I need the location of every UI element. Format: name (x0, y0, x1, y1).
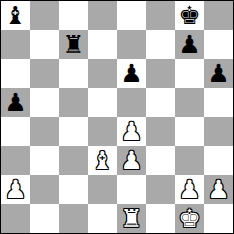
square-g6[interactable] (175, 59, 204, 88)
white-pawn[interactable]: ♟ (4, 177, 26, 202)
square-c1[interactable] (59, 204, 88, 233)
black-pawn[interactable]: ♟ (207, 61, 229, 86)
square-h8[interactable] (204, 1, 233, 30)
square-d2[interactable] (88, 175, 117, 204)
square-b4[interactable] (30, 117, 59, 146)
square-f4[interactable] (146, 117, 175, 146)
white-king[interactable]: ♚ (178, 206, 200, 231)
white-pawn[interactable]: ♟ (120, 119, 142, 144)
square-d5[interactable] (88, 88, 117, 117)
square-c6[interactable] (59, 59, 88, 88)
square-e1[interactable]: ♜ (117, 204, 146, 233)
white-rook[interactable]: ♜ (120, 206, 142, 231)
square-d6[interactable] (88, 59, 117, 88)
square-d1[interactable] (88, 204, 117, 233)
chess-board: ♝♚♜♟♟♟♟♟♝♟♟♟♟♜♚ (0, 0, 234, 234)
square-d8[interactable] (88, 1, 117, 30)
black-pawn[interactable]: ♟ (178, 32, 200, 57)
square-g1[interactable]: ♚ (175, 204, 204, 233)
square-b5[interactable] (30, 88, 59, 117)
square-g7[interactable]: ♟ (175, 30, 204, 59)
square-e5[interactable] (117, 88, 146, 117)
square-f1[interactable] (146, 204, 175, 233)
square-e6[interactable]: ♟ (117, 59, 146, 88)
square-c4[interactable] (59, 117, 88, 146)
square-g2[interactable]: ♟ (175, 175, 204, 204)
square-g5[interactable] (175, 88, 204, 117)
square-h1[interactable] (204, 204, 233, 233)
square-f8[interactable] (146, 1, 175, 30)
square-a1[interactable] (1, 204, 30, 233)
black-bishop[interactable]: ♝ (4, 3, 26, 28)
square-b7[interactable] (30, 30, 59, 59)
black-pawn[interactable]: ♟ (120, 61, 142, 86)
square-a3[interactable] (1, 146, 30, 175)
square-b1[interactable] (30, 204, 59, 233)
square-h5[interactable] (204, 88, 233, 117)
square-f3[interactable] (146, 146, 175, 175)
square-e3[interactable]: ♟ (117, 146, 146, 175)
white-bishop[interactable]: ♝ (91, 148, 113, 173)
square-g4[interactable] (175, 117, 204, 146)
black-king[interactable]: ♚ (178, 3, 200, 28)
square-a7[interactable] (1, 30, 30, 59)
square-a4[interactable] (1, 117, 30, 146)
square-h3[interactable] (204, 146, 233, 175)
square-f5[interactable] (146, 88, 175, 117)
square-b8[interactable] (30, 1, 59, 30)
square-e4[interactable]: ♟ (117, 117, 146, 146)
square-d7[interactable] (88, 30, 117, 59)
square-c3[interactable] (59, 146, 88, 175)
square-c8[interactable] (59, 1, 88, 30)
black-rook[interactable]: ♜ (62, 32, 84, 57)
square-h4[interactable] (204, 117, 233, 146)
white-pawn[interactable]: ♟ (178, 177, 200, 202)
black-pawn[interactable]: ♟ (4, 90, 26, 115)
square-g8[interactable]: ♚ (175, 1, 204, 30)
square-h6[interactable]: ♟ (204, 59, 233, 88)
square-a2[interactable]: ♟ (1, 175, 30, 204)
square-c7[interactable]: ♜ (59, 30, 88, 59)
square-f2[interactable] (146, 175, 175, 204)
square-c2[interactable] (59, 175, 88, 204)
square-e8[interactable] (117, 1, 146, 30)
square-d4[interactable] (88, 117, 117, 146)
square-a5[interactable]: ♟ (1, 88, 30, 117)
square-b3[interactable] (30, 146, 59, 175)
square-a6[interactable] (1, 59, 30, 88)
square-c5[interactable] (59, 88, 88, 117)
square-g3[interactable] (175, 146, 204, 175)
square-d3[interactable]: ♝ (88, 146, 117, 175)
square-e2[interactable] (117, 175, 146, 204)
square-e7[interactable] (117, 30, 146, 59)
square-a8[interactable]: ♝ (1, 1, 30, 30)
white-pawn[interactable]: ♟ (207, 177, 229, 202)
square-f7[interactable] (146, 30, 175, 59)
square-f6[interactable] (146, 59, 175, 88)
square-h7[interactable] (204, 30, 233, 59)
square-h2[interactable]: ♟ (204, 175, 233, 204)
square-b2[interactable] (30, 175, 59, 204)
white-pawn[interactable]: ♟ (120, 148, 142, 173)
square-b6[interactable] (30, 59, 59, 88)
